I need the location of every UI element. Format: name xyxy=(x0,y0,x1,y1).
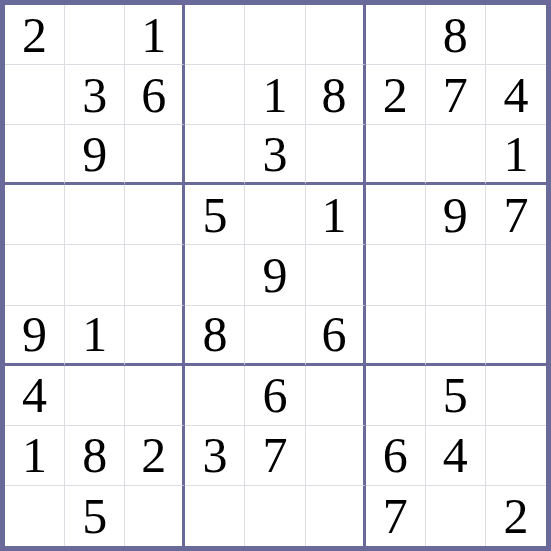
cell-r9c6[interactable] xyxy=(306,486,366,546)
cell-r1c7[interactable] xyxy=(366,5,426,65)
cell-r3c1[interactable] xyxy=(5,125,65,185)
cell-r2c6[interactable]: 8 xyxy=(306,65,366,125)
cell-r1c4[interactable] xyxy=(185,5,245,65)
cell-r9c9[interactable]: 2 xyxy=(486,486,546,546)
cell-r1c2[interactable] xyxy=(65,5,125,65)
cell-r4c1[interactable] xyxy=(5,185,65,245)
cell-r5c9[interactable] xyxy=(486,245,546,305)
cell-r6c3[interactable] xyxy=(125,306,185,366)
cell-r7c8[interactable]: 5 xyxy=(426,366,486,426)
cell-r7c9[interactable] xyxy=(486,366,546,426)
cell-r8c3[interactable]: 2 xyxy=(125,426,185,486)
cell-r4c9[interactable]: 7 xyxy=(486,185,546,245)
cell-r7c2[interactable] xyxy=(65,366,125,426)
cell-r1c3[interactable]: 1 xyxy=(125,5,185,65)
cell-r1c8[interactable]: 8 xyxy=(426,5,486,65)
cell-r6c7[interactable] xyxy=(366,306,426,366)
cell-r2c5[interactable]: 1 xyxy=(245,65,305,125)
cell-r8c9[interactable] xyxy=(486,426,546,486)
cell-r5c2[interactable] xyxy=(65,245,125,305)
cell-r2c8[interactable]: 7 xyxy=(426,65,486,125)
cell-r1c6[interactable] xyxy=(306,5,366,65)
cell-r9c5[interactable] xyxy=(245,486,305,546)
cell-r2c2[interactable]: 3 xyxy=(65,65,125,125)
cell-r2c9[interactable]: 4 xyxy=(486,65,546,125)
cell-r8c2[interactable]: 8 xyxy=(65,426,125,486)
cell-r9c8[interactable] xyxy=(426,486,486,546)
cell-r4c2[interactable] xyxy=(65,185,125,245)
cell-r4c8[interactable]: 9 xyxy=(426,185,486,245)
cell-r5c4[interactable] xyxy=(185,245,245,305)
cell-r9c7[interactable]: 7 xyxy=(366,486,426,546)
cell-r3c4[interactable] xyxy=(185,125,245,185)
cell-r1c9[interactable] xyxy=(486,5,546,65)
cell-r5c6[interactable] xyxy=(306,245,366,305)
cell-r9c4[interactable] xyxy=(185,486,245,546)
cell-r8c1[interactable]: 1 xyxy=(5,426,65,486)
sudoku-board: 21836182749315197991864651823764572 xyxy=(0,0,551,551)
cell-r5c7[interactable] xyxy=(366,245,426,305)
cell-r6c9[interactable] xyxy=(486,306,546,366)
cell-r8c8[interactable]: 4 xyxy=(426,426,486,486)
cell-r3c2[interactable]: 9 xyxy=(65,125,125,185)
cell-r1c5[interactable] xyxy=(245,5,305,65)
cell-r4c4[interactable]: 5 xyxy=(185,185,245,245)
cell-r6c5[interactable] xyxy=(245,306,305,366)
cell-r3c8[interactable] xyxy=(426,125,486,185)
cell-r3c3[interactable] xyxy=(125,125,185,185)
cell-r7c1[interactable]: 4 xyxy=(5,366,65,426)
cell-r4c5[interactable] xyxy=(245,185,305,245)
cell-r7c5[interactable]: 6 xyxy=(245,366,305,426)
cell-r3c6[interactable] xyxy=(306,125,366,185)
cell-r7c6[interactable] xyxy=(306,366,366,426)
cell-r3c9[interactable]: 1 xyxy=(486,125,546,185)
cell-r5c3[interactable] xyxy=(125,245,185,305)
cell-r9c2[interactable]: 5 xyxy=(65,486,125,546)
cell-r6c4[interactable]: 8 xyxy=(185,306,245,366)
cell-r5c5[interactable]: 9 xyxy=(245,245,305,305)
cell-r9c3[interactable] xyxy=(125,486,185,546)
cell-r6c1[interactable]: 9 xyxy=(5,306,65,366)
cell-r8c7[interactable]: 6 xyxy=(366,426,426,486)
cell-r3c7[interactable] xyxy=(366,125,426,185)
cell-r6c6[interactable]: 6 xyxy=(306,306,366,366)
cell-r7c3[interactable] xyxy=(125,366,185,426)
cell-r3c5[interactable]: 3 xyxy=(245,125,305,185)
cell-r7c7[interactable] xyxy=(366,366,426,426)
cell-r9c1[interactable] xyxy=(5,486,65,546)
cell-r7c4[interactable] xyxy=(185,366,245,426)
cell-r4c7[interactable] xyxy=(366,185,426,245)
cell-r5c8[interactable] xyxy=(426,245,486,305)
cell-r8c4[interactable]: 3 xyxy=(185,426,245,486)
cell-r4c3[interactable] xyxy=(125,185,185,245)
cell-r5c1[interactable] xyxy=(5,245,65,305)
cell-r4c6[interactable]: 1 xyxy=(306,185,366,245)
cell-r2c3[interactable]: 6 xyxy=(125,65,185,125)
cell-r8c6[interactable] xyxy=(306,426,366,486)
cell-r6c2[interactable]: 1 xyxy=(65,306,125,366)
cell-r8c5[interactable]: 7 xyxy=(245,426,305,486)
cell-r6c8[interactable] xyxy=(426,306,486,366)
cell-r2c1[interactable] xyxy=(5,65,65,125)
cell-r2c7[interactable]: 2 xyxy=(366,65,426,125)
cell-r1c1[interactable]: 2 xyxy=(5,5,65,65)
cell-r2c4[interactable] xyxy=(185,65,245,125)
